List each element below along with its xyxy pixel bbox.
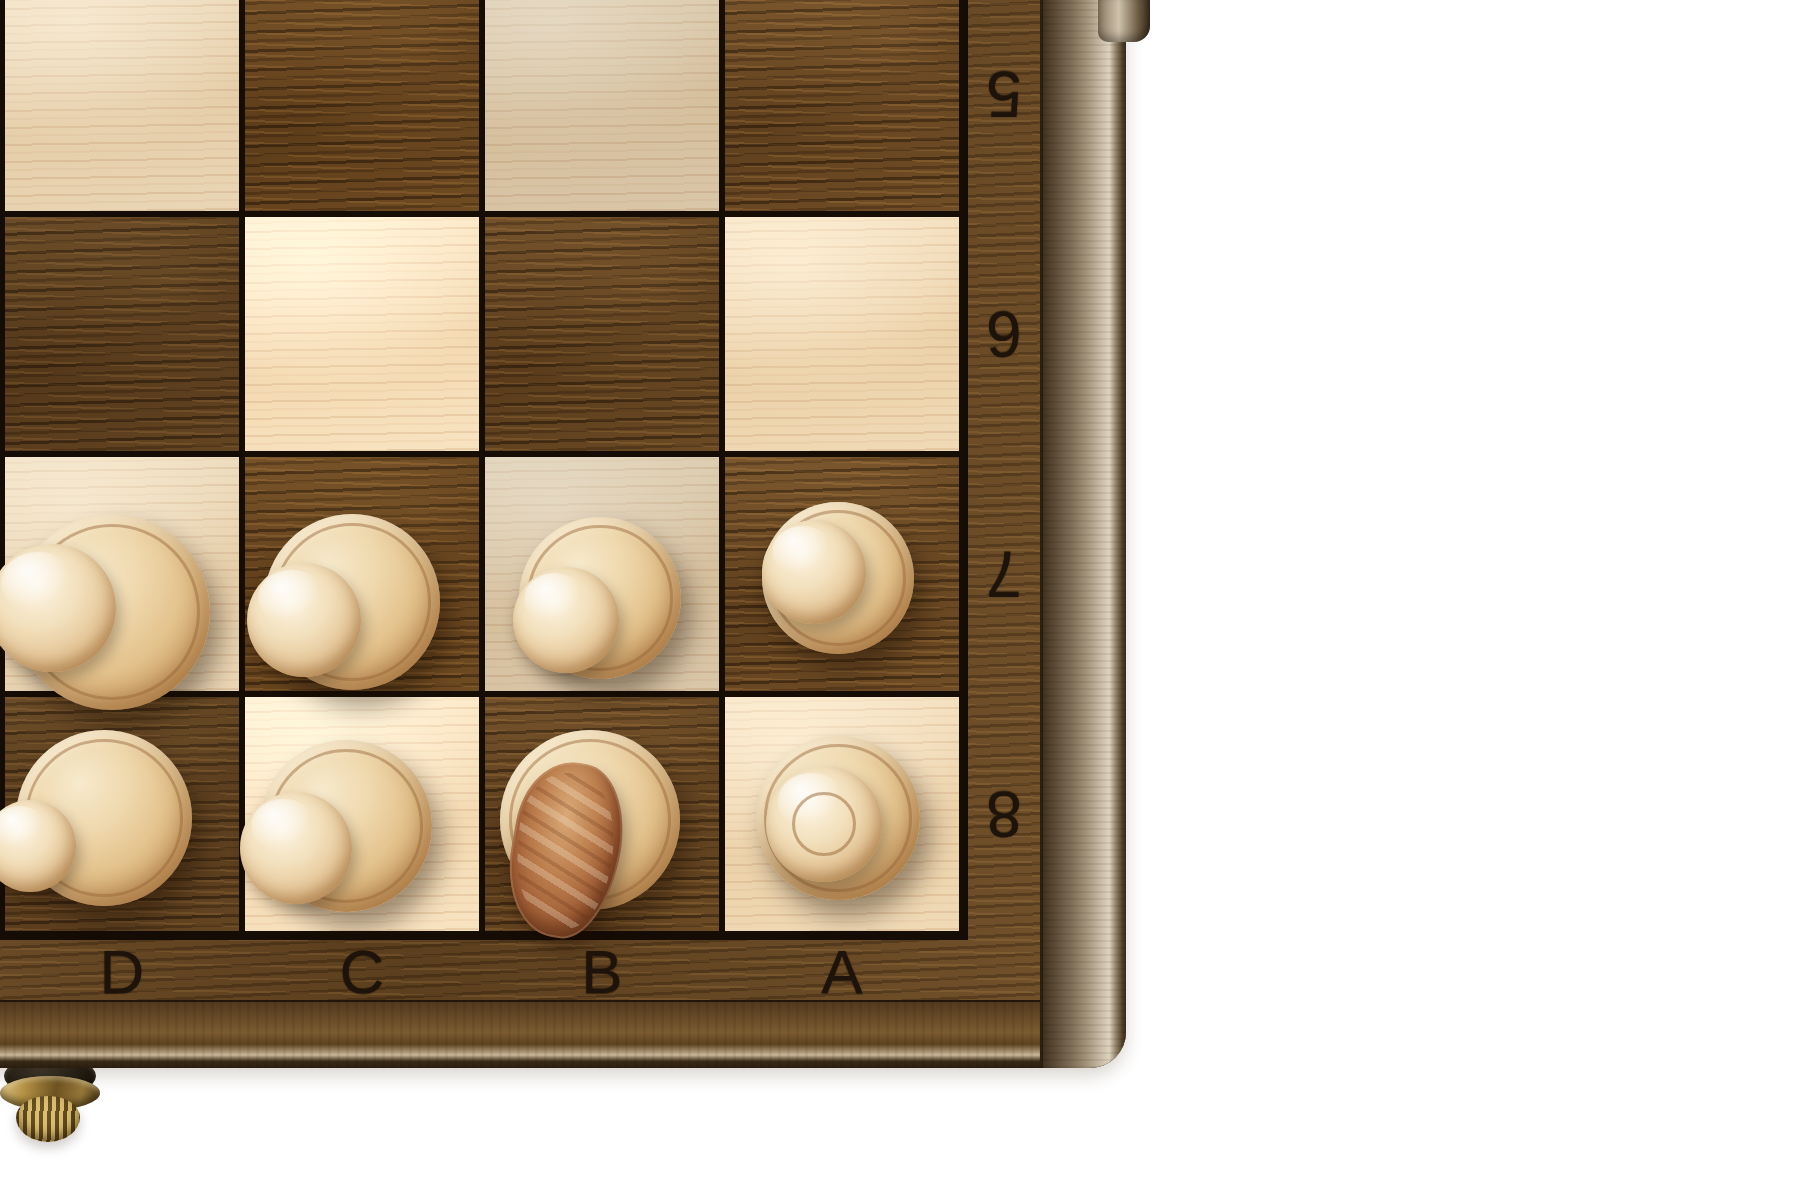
square-b5[interactable]	[482, 0, 722, 214]
piece-white-queen-d8[interactable]: ♕	[16, 730, 192, 906]
board-varnished-right-edge	[1040, 0, 1126, 1068]
file-label-C: C	[340, 936, 385, 1007]
varnish-highlight	[0, 806, 47, 850]
piece-white-pawn-d7[interactable]: ♙	[14, 514, 210, 710]
chess-board-frame: ♙♙♙♙♕♗♘♖ 5678DCBA	[0, 0, 1126, 1068]
square-d5[interactable]	[2, 0, 242, 214]
piece-head-dome	[247, 563, 361, 677]
board-varnished-bottom-edge	[0, 1000, 1126, 1068]
rank-label-7: 7	[986, 537, 1022, 611]
varnish-highlight	[1, 552, 75, 613]
square-c5[interactable]	[242, 0, 482, 214]
square-a6[interactable]	[722, 214, 962, 454]
rank-label-8: 8	[986, 777, 1022, 851]
file-label-D: D	[100, 936, 145, 1007]
board-grid: ♙♙♙♙♕♗♘♖	[0, 0, 968, 940]
photo-stage: ♙♙♙♙♕♗♘♖ 5678DCBA	[0, 0, 1800, 1200]
piece-white-pawn-a7[interactable]: ♙	[762, 502, 914, 654]
piece-white-pawn-c7[interactable]: ♙	[264, 514, 440, 690]
square-b6[interactable]	[482, 214, 722, 454]
piece-white-pawn-b7[interactable]: ♙	[519, 517, 681, 679]
rank-label-6: 6	[986, 297, 1022, 371]
piece-white-bishop-c8[interactable]: ♗	[260, 740, 432, 912]
varnish-highlight	[258, 570, 324, 625]
square-c6[interactable]	[242, 214, 482, 454]
file-label-B: B	[581, 936, 622, 1007]
square-d6[interactable]	[2, 214, 242, 454]
piece-white-rook-a8[interactable]: ♖	[756, 736, 920, 900]
piece-white-knight-b8[interactable]: ♘	[500, 730, 680, 910]
clasp-dome	[16, 1096, 80, 1142]
square-a5[interactable]	[722, 0, 962, 214]
hinge-tab	[1098, 0, 1150, 42]
varnish-highlight	[772, 526, 832, 576]
varnish-highlight	[524, 573, 585, 624]
file-label-A: A	[821, 936, 862, 1007]
rank-label-5: 5	[986, 57, 1022, 131]
piece-head-dome	[766, 766, 882, 882]
piece-head-dome	[762, 520, 866, 624]
piece-head-dome	[240, 792, 352, 904]
piece-head-dome	[513, 567, 619, 673]
rook-top-ring	[792, 792, 856, 856]
varnish-highlight	[251, 799, 316, 853]
